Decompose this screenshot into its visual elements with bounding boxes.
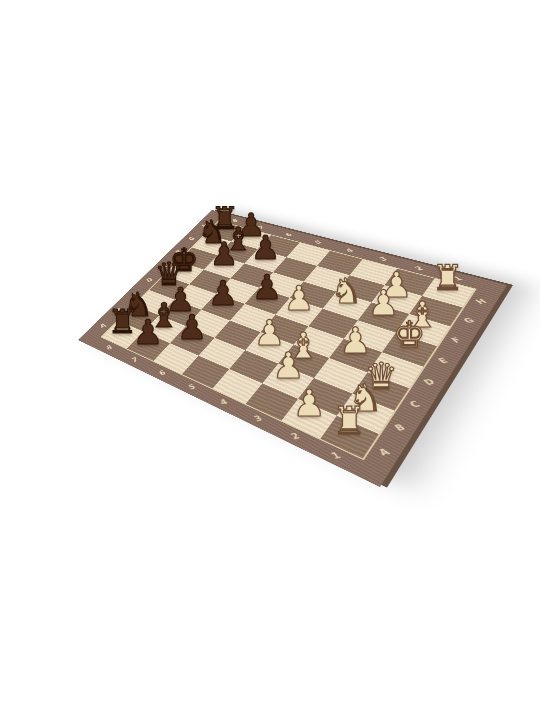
label-file-f-rank1-edge: F xyxy=(444,334,470,347)
black-pawn-d6[interactable]: ♟ xyxy=(202,276,244,310)
white-pawn-e4[interactable]: ♟ xyxy=(278,281,320,315)
white-rook-h1[interactable]: ♜ xyxy=(426,261,469,296)
white-rook-a1[interactable]: ♜ xyxy=(326,402,373,440)
label-rank-6-afile-edge: 6 xyxy=(154,367,172,379)
black-pawn-f7[interactable]: ♟ xyxy=(204,238,244,270)
label-file-e-rank1-edge: E xyxy=(430,354,456,367)
label-rank-7-afile-edge: 7 xyxy=(127,354,143,365)
black-pawn-a7[interactable]: ♟ xyxy=(127,315,169,349)
black-pawn-b6[interactable]: ♟ xyxy=(171,310,213,344)
label-file-g-rank1-edge: G xyxy=(457,315,482,327)
white-king-e1[interactable]: ♚ xyxy=(387,317,432,353)
label-rank-3-afile-edge: 3 xyxy=(247,412,269,426)
label-file-b-rank1-edge: B xyxy=(387,420,414,435)
label-rank-4-afile-edge: 4 xyxy=(214,396,234,409)
white-pawn-b3[interactable]: ♟ xyxy=(266,348,311,384)
label-file-a-rank1-edge: A xyxy=(371,444,398,460)
label-file-c-rank1-edge: C xyxy=(402,397,428,411)
label-rank-8-afile-edge: 8 xyxy=(102,342,117,353)
photo-canvas: AA88BB77CC66DD55EE44FF33GG22HH11 ♜♞♛♚♞♜♟… xyxy=(0,0,540,720)
black-pawn-g6[interactable]: ♟ xyxy=(245,231,286,264)
white-pawn-d2[interactable]: ♟ xyxy=(333,323,378,359)
label-file-h-rank1-edge: H xyxy=(469,296,494,307)
label-rank-5-afile-edge: 5 xyxy=(183,381,202,393)
label-file-d-rank1-edge: D xyxy=(417,375,443,389)
